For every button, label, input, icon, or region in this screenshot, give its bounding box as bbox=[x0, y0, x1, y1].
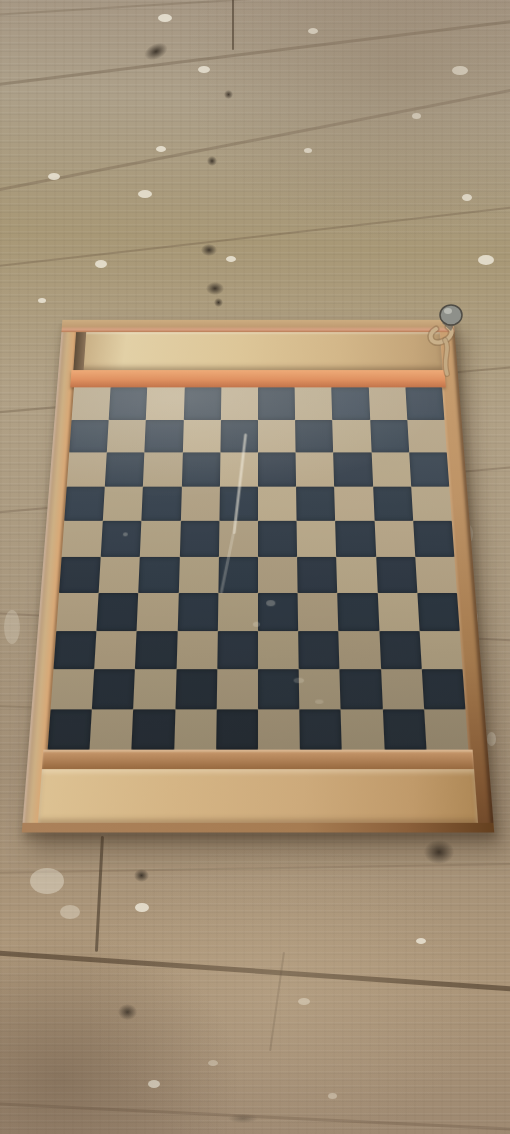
board-square bbox=[298, 631, 339, 670]
board-square bbox=[178, 556, 218, 593]
board-square bbox=[220, 452, 258, 486]
board-square bbox=[295, 419, 333, 452]
board-square bbox=[258, 669, 299, 709]
board-square bbox=[258, 486, 297, 521]
board-square bbox=[405, 387, 444, 419]
wood-knot bbox=[134, 869, 149, 882]
board-square bbox=[295, 387, 333, 419]
scene bbox=[0, 0, 510, 1134]
paint-speck bbox=[148, 1080, 160, 1088]
board-square bbox=[218, 593, 258, 631]
board-square bbox=[297, 556, 337, 593]
board-square bbox=[374, 521, 415, 557]
board-square bbox=[417, 593, 460, 631]
board-square bbox=[69, 419, 109, 452]
paint-speck bbox=[135, 903, 149, 912]
board-square bbox=[333, 419, 372, 452]
board-square bbox=[59, 556, 101, 593]
board-square bbox=[377, 593, 419, 631]
nail-with-twine bbox=[424, 296, 468, 380]
board-bottom-rail bbox=[42, 750, 474, 769]
board-square bbox=[218, 556, 258, 593]
board-square bbox=[48, 709, 92, 750]
board-square bbox=[109, 387, 148, 419]
paint-speck bbox=[38, 298, 46, 303]
paint-speck bbox=[158, 14, 172, 22]
board-square bbox=[137, 593, 178, 631]
board-square bbox=[371, 452, 411, 486]
floor-plank-seam bbox=[0, 1102, 510, 1131]
board-square bbox=[99, 556, 140, 593]
box-frame-bottom bbox=[22, 823, 494, 833]
paint-speck bbox=[138, 190, 152, 198]
paint-speck bbox=[487, 732, 496, 746]
board-square bbox=[64, 486, 105, 521]
board-square bbox=[258, 556, 298, 593]
board-square bbox=[142, 486, 182, 521]
board-square bbox=[219, 521, 258, 557]
board-square bbox=[56, 593, 99, 631]
board-square bbox=[258, 521, 297, 557]
board-square bbox=[105, 452, 145, 486]
paint-speck bbox=[156, 146, 166, 152]
wood-knot bbox=[214, 298, 223, 307]
board-square bbox=[145, 419, 184, 452]
paint-speck bbox=[462, 194, 472, 201]
board-square bbox=[415, 556, 457, 593]
board-square bbox=[381, 669, 424, 709]
board-square bbox=[179, 521, 219, 557]
board-square bbox=[51, 669, 95, 709]
paint-speck bbox=[95, 260, 107, 268]
board-square bbox=[220, 419, 258, 452]
board-square bbox=[140, 521, 180, 557]
board-square bbox=[72, 387, 111, 419]
board-square bbox=[407, 419, 447, 452]
board-square bbox=[296, 486, 335, 521]
board-square bbox=[258, 593, 298, 631]
nail-head bbox=[440, 305, 462, 325]
sliding-lid bbox=[73, 332, 442, 370]
floor-plank-seam bbox=[0, 18, 510, 87]
board-square bbox=[297, 521, 337, 557]
nail-head-shine bbox=[444, 308, 452, 314]
board-top-rail bbox=[70, 370, 446, 387]
board-square bbox=[217, 669, 258, 709]
board-square bbox=[92, 669, 135, 709]
wood-knot bbox=[142, 40, 170, 64]
board-square bbox=[338, 593, 379, 631]
board-square bbox=[413, 521, 454, 557]
board-square bbox=[258, 387, 295, 419]
board-square bbox=[422, 669, 466, 709]
board-square bbox=[258, 419, 296, 452]
board-square bbox=[67, 452, 107, 486]
paint-speck bbox=[208, 1060, 218, 1066]
paint-speck bbox=[30, 868, 64, 894]
paint-speck bbox=[412, 113, 421, 119]
wood-knot bbox=[118, 1004, 137, 1020]
paint-speck bbox=[452, 66, 468, 75]
paint-speck bbox=[478, 255, 494, 265]
board-square bbox=[182, 419, 220, 452]
board-square bbox=[146, 387, 184, 419]
board-square bbox=[409, 452, 449, 486]
board-square bbox=[132, 709, 175, 750]
floor-plank-end-seam bbox=[269, 952, 285, 1051]
board-square bbox=[217, 631, 258, 670]
board-square bbox=[177, 593, 218, 631]
board-square bbox=[333, 452, 372, 486]
board-square bbox=[90, 709, 134, 750]
board-square bbox=[411, 486, 452, 521]
board-square bbox=[340, 669, 383, 709]
floor-plank-seam bbox=[0, 863, 510, 874]
paint-speck bbox=[308, 28, 318, 34]
wood-knot bbox=[206, 282, 224, 295]
board-square bbox=[94, 631, 137, 670]
board-square bbox=[221, 387, 258, 419]
board-square bbox=[103, 486, 143, 521]
paint-speck bbox=[4, 610, 20, 644]
wood-knot bbox=[201, 244, 217, 256]
box-bottom-panel bbox=[38, 769, 478, 823]
paint-speck bbox=[328, 1093, 337, 1099]
floor-plank-seam bbox=[0, 205, 510, 268]
board-square bbox=[139, 556, 180, 593]
board-square bbox=[376, 556, 417, 593]
board-square bbox=[298, 593, 339, 631]
paint-speck bbox=[60, 905, 80, 919]
board-square bbox=[175, 669, 217, 709]
board-square bbox=[337, 556, 378, 593]
paint-speck bbox=[198, 66, 210, 73]
board-square bbox=[258, 709, 300, 750]
board-square bbox=[335, 521, 375, 557]
paint-speck bbox=[416, 938, 426, 944]
board-square bbox=[183, 387, 221, 419]
board-square bbox=[299, 669, 341, 709]
board-square bbox=[258, 631, 299, 670]
board-square bbox=[373, 486, 413, 521]
board-square bbox=[379, 631, 422, 670]
board-square bbox=[299, 709, 342, 750]
board-square bbox=[97, 593, 139, 631]
board-square bbox=[332, 387, 370, 419]
floor-plank-seam bbox=[0, 0, 510, 16]
board-square bbox=[174, 709, 217, 750]
floor-plank-seam bbox=[0, 87, 510, 193]
wood-knot bbox=[228, 1114, 258, 1123]
floor-plank-end-seam bbox=[95, 836, 104, 952]
floor-plank-end-seam bbox=[232, 0, 234, 50]
board-square bbox=[135, 631, 177, 670]
paint-speck bbox=[298, 998, 310, 1005]
board-square bbox=[182, 452, 221, 486]
board-square bbox=[382, 709, 426, 750]
board-square bbox=[134, 669, 177, 709]
board-square bbox=[341, 709, 384, 750]
board-square bbox=[370, 419, 409, 452]
paint-speck bbox=[48, 173, 60, 180]
board-square bbox=[419, 631, 462, 670]
board-square bbox=[339, 631, 381, 670]
paint-speck bbox=[226, 256, 236, 262]
checkerboard bbox=[48, 387, 469, 749]
board-square bbox=[180, 486, 219, 521]
wood-knot bbox=[224, 90, 233, 99]
floor-plank-seam bbox=[0, 950, 510, 993]
board-square bbox=[143, 452, 182, 486]
board-square bbox=[107, 419, 146, 452]
twine-tail bbox=[445, 340, 447, 374]
paint-speck bbox=[304, 148, 312, 153]
board-square bbox=[216, 709, 258, 750]
board-square bbox=[53, 631, 96, 670]
wood-knot bbox=[424, 840, 454, 864]
board-square bbox=[296, 452, 335, 486]
wood-knot bbox=[207, 156, 217, 166]
box-frame-top bbox=[61, 320, 454, 332]
board-square bbox=[101, 521, 142, 557]
board-square bbox=[176, 631, 217, 670]
board-square bbox=[424, 709, 468, 750]
games-box bbox=[22, 320, 494, 833]
board-square bbox=[62, 521, 103, 557]
board-square bbox=[368, 387, 407, 419]
board-square bbox=[258, 452, 296, 486]
board-square bbox=[219, 486, 258, 521]
board-square bbox=[334, 486, 374, 521]
